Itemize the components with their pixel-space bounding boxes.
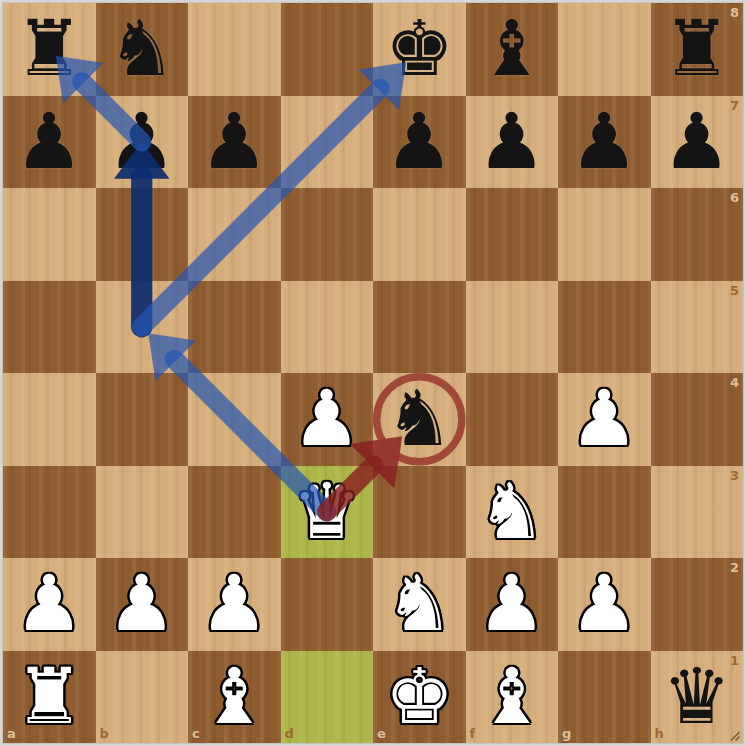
square-a1[interactable]: ♜a <box>3 651 96 744</box>
piece-white-rook-a1[interactable]: ♜ <box>15 651 84 743</box>
square-c5[interactable] <box>188 281 281 374</box>
square-h8[interactable]: ♜8 <box>651 3 744 96</box>
piece-white-king-e1[interactable]: ♚ <box>385 651 454 743</box>
square-f1[interactable]: ♝f <box>466 651 559 744</box>
square-b6[interactable] <box>96 188 189 281</box>
square-a4[interactable] <box>3 373 96 466</box>
square-h7[interactable]: ♟7 <box>651 96 744 189</box>
rank-label-6: 6 <box>730 190 739 205</box>
square-b5[interactable] <box>96 281 189 374</box>
square-h3[interactable]: 3 <box>651 466 744 559</box>
square-b2[interactable]: ♟ <box>96 558 189 651</box>
piece-white-knight-e2[interactable]: ♞ <box>385 558 454 650</box>
rank-label-3: 3 <box>730 468 739 483</box>
rank-label-1: 1 <box>730 653 739 668</box>
piece-white-pawn-b2[interactable]: ♟ <box>107 558 176 650</box>
square-e6[interactable] <box>373 188 466 281</box>
square-b3[interactable] <box>96 466 189 559</box>
piece-black-pawn-g7[interactable]: ♟ <box>570 96 639 188</box>
piece-white-pawn-g2[interactable]: ♟ <box>570 558 639 650</box>
piece-black-pawn-b7[interactable]: ♟ <box>107 96 176 188</box>
square-b7[interactable]: ♟ <box>96 96 189 189</box>
square-a6[interactable] <box>3 188 96 281</box>
square-g8[interactable] <box>558 3 651 96</box>
square-a2[interactable]: ♟ <box>3 558 96 651</box>
file-label-g: g <box>562 726 571 741</box>
square-d3[interactable]: ♛ <box>281 466 374 559</box>
rank-label-2: 2 <box>730 560 739 575</box>
square-f2[interactable]: ♟ <box>466 558 559 651</box>
square-g4[interactable]: ♟ <box>558 373 651 466</box>
square-a7[interactable]: ♟ <box>3 96 96 189</box>
square-g2[interactable]: ♟ <box>558 558 651 651</box>
piece-white-pawn-c2[interactable]: ♟ <box>200 558 269 650</box>
square-f8[interactable]: ♝ <box>466 3 559 96</box>
piece-black-queen-h1[interactable]: ♛ <box>662 651 731 743</box>
piece-black-pawn-a7[interactable]: ♟ <box>15 96 84 188</box>
rank-label-7: 7 <box>730 98 739 113</box>
square-d6[interactable] <box>281 188 374 281</box>
file-label-f: f <box>470 726 476 741</box>
piece-white-pawn-d4[interactable]: ♟ <box>292 373 361 465</box>
square-e2[interactable]: ♞ <box>373 558 466 651</box>
board-frame: ♜♞♚♝♜8♟♟♟♟♟♟♟765♟♞♟4♛♞3♟♟♟♞♟♟2♜ab♝cd♚e♝f… <box>0 0 746 746</box>
square-c8[interactable] <box>188 3 281 96</box>
piece-black-knight-b8[interactable]: ♞ <box>107 3 176 95</box>
square-h2[interactable]: 2 <box>651 558 744 651</box>
piece-black-knight-e4[interactable]: ♞ <box>385 373 454 465</box>
square-c3[interactable] <box>188 466 281 559</box>
square-d5[interactable] <box>281 281 374 374</box>
square-f6[interactable] <box>466 188 559 281</box>
piece-white-pawn-g4[interactable]: ♟ <box>570 373 639 465</box>
square-d4[interactable]: ♟ <box>281 373 374 466</box>
square-e5[interactable] <box>373 281 466 374</box>
square-d8[interactable] <box>281 3 374 96</box>
square-h4[interactable]: 4 <box>651 373 744 466</box>
square-f5[interactable] <box>466 281 559 374</box>
piece-white-bishop-c1[interactable]: ♝ <box>200 651 269 743</box>
square-c7[interactable]: ♟ <box>188 96 281 189</box>
piece-black-rook-h8[interactable]: ♜ <box>662 3 731 95</box>
piece-white-pawn-f2[interactable]: ♟ <box>477 558 546 650</box>
piece-white-knight-f3[interactable]: ♞ <box>477 466 546 558</box>
piece-black-pawn-h7[interactable]: ♟ <box>662 96 731 188</box>
square-a3[interactable] <box>3 466 96 559</box>
square-f4[interactable] <box>466 373 559 466</box>
board-resize-handle[interactable] <box>728 729 741 742</box>
square-d1[interactable]: d <box>281 651 374 744</box>
file-label-c: c <box>192 726 200 741</box>
square-c6[interactable] <box>188 188 281 281</box>
square-e7[interactable]: ♟ <box>373 96 466 189</box>
piece-white-pawn-a2[interactable]: ♟ <box>15 558 84 650</box>
piece-black-pawn-c7[interactable]: ♟ <box>200 96 269 188</box>
square-f3[interactable]: ♞ <box>466 466 559 559</box>
square-c1[interactable]: ♝c <box>188 651 281 744</box>
square-g6[interactable] <box>558 188 651 281</box>
square-g1[interactable]: g <box>558 651 651 744</box>
piece-white-bishop-f1[interactable]: ♝ <box>477 651 546 743</box>
square-d7[interactable] <box>281 96 374 189</box>
square-e8[interactable]: ♚ <box>373 3 466 96</box>
square-g7[interactable]: ♟ <box>558 96 651 189</box>
piece-white-queen-d3[interactable]: ♛ <box>292 466 361 558</box>
square-h5[interactable]: 5 <box>651 281 744 374</box>
square-d2[interactable] <box>281 558 374 651</box>
file-label-d: d <box>285 726 294 741</box>
piece-black-rook-a8[interactable]: ♜ <box>15 3 84 95</box>
square-a8[interactable]: ♜ <box>3 3 96 96</box>
square-c2[interactable]: ♟ <box>188 558 281 651</box>
square-h6[interactable]: 6 <box>651 188 744 281</box>
chess-board: ♜♞♚♝♜8♟♟♟♟♟♟♟765♟♞♟4♛♞3♟♟♟♞♟♟2♜ab♝cd♚e♝f… <box>3 3 743 743</box>
piece-black-pawn-e7[interactable]: ♟ <box>385 96 454 188</box>
square-a5[interactable] <box>3 281 96 374</box>
square-b8[interactable]: ♞ <box>96 3 189 96</box>
rank-label-8: 8 <box>730 5 739 20</box>
square-b1[interactable]: b <box>96 651 189 744</box>
square-e1[interactable]: ♚e <box>373 651 466 744</box>
square-e3[interactable] <box>373 466 466 559</box>
square-c4[interactable] <box>188 373 281 466</box>
square-b4[interactable] <box>96 373 189 466</box>
rank-label-4: 4 <box>730 375 739 390</box>
square-e4[interactable]: ♞ <box>373 373 466 466</box>
square-f7[interactable]: ♟ <box>466 96 559 189</box>
rank-label-5: 5 <box>730 283 739 298</box>
square-g5[interactable] <box>558 281 651 374</box>
piece-black-pawn-f7[interactable]: ♟ <box>477 96 546 188</box>
piece-black-king-e8[interactable]: ♚ <box>385 3 454 95</box>
piece-black-bishop-f8[interactable]: ♝ <box>477 3 546 95</box>
file-label-b: b <box>100 726 109 741</box>
square-g3[interactable] <box>558 466 651 559</box>
